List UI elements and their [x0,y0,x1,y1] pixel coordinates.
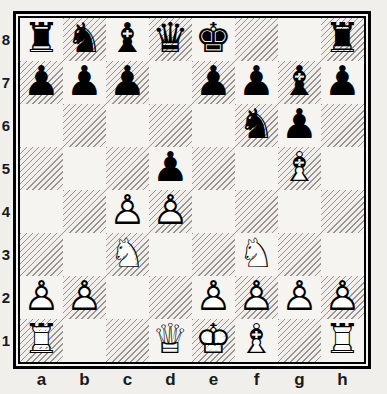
square-f6: ♞ [235,104,278,147]
square-f5 [235,147,278,190]
black-pawn: ♟ [20,61,63,104]
black-pawn: ♟ [192,61,235,104]
rank-label-3: 3 [0,233,12,276]
black-bishop: ♝ [106,18,149,61]
black-pawn: ♟ [321,61,364,104]
square-g4 [278,190,321,233]
square-c6 [106,104,149,147]
square-e4 [192,190,235,233]
square-h5 [321,147,364,190]
white-bishop: ♝♗ [278,147,321,190]
file-label-e: e [192,368,235,392]
rank-label-6: 6 [0,104,12,147]
chess-position-diagram: 87654321 ♜♞♝♛♚♜♟♟♟♟♟♝♟♞♟♟♝♗♟♙♟♙♞♘♞♘♟♙♟♙♟… [0,0,387,394]
white-knight: ♞♘ [106,233,149,276]
file-label-a: a [20,368,63,392]
square-f8 [235,18,278,61]
square-b7: ♟ [63,61,106,104]
white-king: ♚♔ [192,319,235,362]
white-knight: ♞♘ [235,233,278,276]
square-e3 [192,233,235,276]
square-e2: ♟♙ [192,276,235,319]
black-pawn: ♟ [149,147,192,190]
square-g7: ♝ [278,61,321,104]
square-h8: ♜ [321,18,364,61]
square-h7: ♟ [321,61,364,104]
rank-label-5: 5 [0,147,12,190]
black-queen: ♛ [149,18,192,61]
square-b3 [63,233,106,276]
white-pawn: ♟♙ [149,190,192,233]
square-g5: ♝♗ [278,147,321,190]
file-labels: abcdefgh [20,368,364,392]
square-d6 [149,104,192,147]
square-a1: ♜♖ [20,319,63,362]
file-label-f: f [235,368,278,392]
square-h1: ♜♖ [321,319,364,362]
white-pawn: ♟♙ [63,276,106,319]
board-grid: ♜♞♝♛♚♜♟♟♟♟♟♝♟♞♟♟♝♗♟♙♟♙♞♘♞♘♟♙♟♙♟♙♟♙♟♙♟♙♜♖… [20,18,364,362]
file-label-c: c [106,368,149,392]
square-b6 [63,104,106,147]
rank-label-2: 2 [0,276,12,319]
black-pawn: ♟ [235,61,278,104]
square-c4: ♟♙ [106,190,149,233]
square-g6: ♟ [278,104,321,147]
square-h2: ♟♙ [321,276,364,319]
square-d4: ♟♙ [149,190,192,233]
square-a8: ♜ [20,18,63,61]
white-queen: ♛♕ [149,319,192,362]
white-pawn: ♟♙ [20,276,63,319]
black-king: ♚ [192,18,235,61]
square-e7: ♟ [192,61,235,104]
square-c5 [106,147,149,190]
white-pawn: ♟♙ [278,276,321,319]
square-e8: ♚ [192,18,235,61]
white-pawn: ♟♙ [106,190,149,233]
square-c8: ♝ [106,18,149,61]
square-a6 [20,104,63,147]
square-h3 [321,233,364,276]
rank-label-7: 7 [0,61,12,104]
white-rook: ♜♖ [321,319,364,362]
black-knight: ♞ [63,18,106,61]
file-label-b: b [63,368,106,392]
black-pawn: ♟ [278,104,321,147]
square-f1: ♝♗ [235,319,278,362]
rank-label-1: 1 [0,319,12,362]
square-c2 [106,276,149,319]
square-g3 [278,233,321,276]
white-rook: ♜♖ [20,319,63,362]
square-d7 [149,61,192,104]
rank-labels: 87654321 [0,18,12,362]
square-d3 [149,233,192,276]
square-f3: ♞♘ [235,233,278,276]
square-b5 [63,147,106,190]
white-pawn: ♟♙ [192,276,235,319]
square-b8: ♞ [63,18,106,61]
square-g1 [278,319,321,362]
square-b4 [63,190,106,233]
square-a2: ♟♙ [20,276,63,319]
file-label-g: g [278,368,321,392]
black-pawn: ♟ [63,61,106,104]
square-f4 [235,190,278,233]
black-bishop: ♝ [278,61,321,104]
square-d5: ♟ [149,147,192,190]
rank-label-4: 4 [0,190,12,233]
square-a5 [20,147,63,190]
file-label-d: d [149,368,192,392]
board-frame: ♜♞♝♛♚♜♟♟♟♟♟♝♟♞♟♟♝♗♟♙♟♙♞♘♞♘♟♙♟♙♟♙♟♙♟♙♟♙♜♖… [13,11,371,369]
square-c3: ♞♘ [106,233,149,276]
square-a4 [20,190,63,233]
square-a3 [20,233,63,276]
black-rook: ♜ [20,18,63,61]
square-e1: ♚♔ [192,319,235,362]
square-g8 [278,18,321,61]
black-pawn: ♟ [106,61,149,104]
white-pawn: ♟♙ [235,276,278,319]
square-c1 [106,319,149,362]
square-d1: ♛♕ [149,319,192,362]
square-e6 [192,104,235,147]
square-f2: ♟♙ [235,276,278,319]
black-rook: ♜ [321,18,364,61]
white-bishop: ♝♗ [235,319,278,362]
square-d2 [149,276,192,319]
board-inner-border: ♜♞♝♛♚♜♟♟♟♟♟♝♟♞♟♟♝♗♟♙♟♙♞♘♞♘♟♙♟♙♟♙♟♙♟♙♟♙♜♖… [18,16,366,364]
file-label-h: h [321,368,364,392]
square-b2: ♟♙ [63,276,106,319]
square-h6 [321,104,364,147]
square-a7: ♟ [20,61,63,104]
square-g2: ♟♙ [278,276,321,319]
rank-label-8: 8 [0,18,12,61]
square-f7: ♟ [235,61,278,104]
square-e5 [192,147,235,190]
square-h4 [321,190,364,233]
square-b1 [63,319,106,362]
square-c7: ♟ [106,61,149,104]
square-d8: ♛ [149,18,192,61]
black-knight: ♞ [235,104,278,147]
white-pawn: ♟♙ [321,276,364,319]
